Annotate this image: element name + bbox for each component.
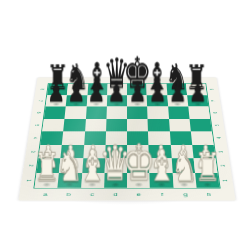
play-area: ♜♞♝♛♚♝♞♜♟♟♟♟♟♟♟♟♟♟♟♟♟♟♟♟♜♞♝♛♚♝♞♜ xyxy=(35,84,220,188)
rank-label-right-7: 7 xyxy=(202,99,226,103)
square-e6[interactable] xyxy=(127,107,148,119)
rank-label-left-6: 6 xyxy=(26,110,50,114)
square-e7[interactable]: ♟ xyxy=(127,95,147,107)
black-pawn-g7[interactable]: ♟ xyxy=(169,78,187,106)
rank-label-left-5: 5 xyxy=(24,123,49,128)
square-f6[interactable] xyxy=(147,107,168,119)
file-label-b: b xyxy=(57,192,81,196)
square-g6[interactable] xyxy=(168,107,190,119)
file-label-g: g xyxy=(174,192,198,196)
chess-set-photo: ♜♞♝♛♚♝♞♜♟♟♟♟♟♟♟♟♟♟♟♟♟♟♟♟♜♞♝♛♚♝♞♜ abcdefg… xyxy=(0,0,250,250)
file-label-a: a xyxy=(33,192,57,196)
rank-label-right-8: 8 xyxy=(200,87,223,91)
square-b6[interactable] xyxy=(65,107,87,119)
rank-label-right-5: 5 xyxy=(205,123,230,128)
black-pawn-c7[interactable]: ♟ xyxy=(87,78,105,106)
file-label-e: e xyxy=(127,192,150,196)
rank-label-left-7: 7 xyxy=(28,99,52,103)
square-g7[interactable]: ♟ xyxy=(167,95,188,107)
square-c6[interactable] xyxy=(85,107,106,119)
square-d7[interactable]: ♟ xyxy=(107,95,127,107)
square-f5[interactable] xyxy=(148,119,170,132)
file-label-f: f xyxy=(150,192,174,196)
black-pawn-f7[interactable]: ♟ xyxy=(148,78,166,106)
chess-mat: ♜♞♝♛♚♝♞♜♟♟♟♟♟♟♟♟♟♟♟♟♟♟♟♟♜♞♝♛♚♝♞♜ abcdefg… xyxy=(18,77,235,200)
file-label-h: h xyxy=(197,192,221,196)
square-f7[interactable]: ♟ xyxy=(147,95,168,107)
square-e5[interactable] xyxy=(127,119,148,132)
black-pawn-e7[interactable]: ♟ xyxy=(128,78,146,106)
white-rook-h1[interactable]: ♜ xyxy=(195,148,221,187)
rank-label-right-6: 6 xyxy=(203,110,227,114)
file-label-d: d xyxy=(104,192,127,196)
square-g1[interactable]: ♞ xyxy=(172,173,196,188)
square-h1[interactable]: ♜ xyxy=(195,173,220,188)
square-b7[interactable]: ♟ xyxy=(66,95,87,107)
black-pawn-d7[interactable]: ♟ xyxy=(108,78,126,106)
square-f1[interactable]: ♝ xyxy=(150,173,174,188)
file-label-c: c xyxy=(80,192,104,196)
rank-label-left-8: 8 xyxy=(30,87,53,91)
square-d5[interactable] xyxy=(106,119,127,132)
square-g5[interactable] xyxy=(169,119,191,132)
square-b5[interactable] xyxy=(63,119,85,132)
square-c7[interactable]: ♟ xyxy=(86,95,107,107)
square-c5[interactable] xyxy=(85,119,107,132)
square-d6[interactable] xyxy=(106,107,127,119)
black-pawn-b7[interactable]: ♟ xyxy=(67,78,85,106)
file-labels: abcdefgh xyxy=(33,190,221,198)
